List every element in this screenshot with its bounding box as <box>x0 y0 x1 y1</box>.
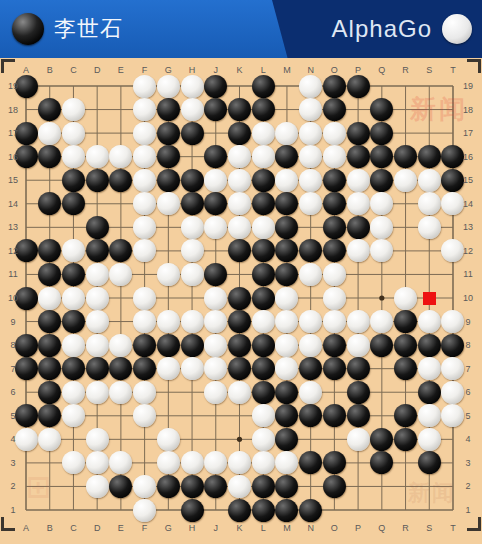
white-stone <box>86 145 109 168</box>
black-stone <box>418 381 441 404</box>
white-stone <box>133 216 156 239</box>
white-stone <box>157 75 180 98</box>
black-stone <box>252 381 275 404</box>
row-label: 7 <box>465 364 470 374</box>
black-stone <box>38 263 61 286</box>
white-stone <box>86 310 109 333</box>
white-stone <box>299 334 322 357</box>
black-stone <box>252 98 275 121</box>
black-stone <box>418 334 441 357</box>
black-stone <box>394 334 417 357</box>
col-label: N <box>307 65 314 75</box>
white-stone <box>228 475 251 498</box>
col-label: D <box>94 523 101 533</box>
black-stone <box>157 145 180 168</box>
white-stone <box>228 145 251 168</box>
board-corner-mark <box>1 517 15 531</box>
white-stone <box>418 404 441 427</box>
row-label: 4 <box>10 434 15 444</box>
black-stone <box>228 122 251 145</box>
col-label: L <box>261 523 266 533</box>
black-stone <box>157 122 180 145</box>
black-stone <box>252 75 275 98</box>
row-label: 1 <box>465 505 470 515</box>
white-stone <box>86 381 109 404</box>
white-stone <box>299 122 322 145</box>
black-stone-icon <box>12 13 44 45</box>
white-stone <box>204 381 227 404</box>
col-label: R <box>402 65 409 75</box>
white-stone <box>86 475 109 498</box>
white-stone <box>157 357 180 380</box>
col-label: M <box>283 523 291 533</box>
white-stone <box>299 169 322 192</box>
col-label: Q <box>378 523 385 533</box>
black-stone <box>323 98 346 121</box>
white-stone <box>394 287 417 310</box>
black-stone <box>181 122 204 145</box>
col-label: D <box>94 65 101 75</box>
col-label: A <box>23 65 29 75</box>
black-stone <box>157 98 180 121</box>
white-stone <box>418 216 441 239</box>
white-stone <box>323 310 346 333</box>
row-label: 13 <box>8 222 18 232</box>
white-stone <box>62 98 85 121</box>
white-stone <box>86 428 109 451</box>
white-stone <box>133 98 156 121</box>
black-stone <box>228 310 251 333</box>
last-move-marker <box>423 292 436 305</box>
white-stone <box>157 263 180 286</box>
col-label: C <box>70 523 77 533</box>
col-label: S <box>426 523 432 533</box>
white-stone <box>62 122 85 145</box>
black-stone <box>323 475 346 498</box>
black-stone <box>323 216 346 239</box>
row-label: 11 <box>463 269 472 279</box>
white-stone <box>347 169 370 192</box>
white-stone <box>157 310 180 333</box>
white-stone <box>181 216 204 239</box>
black-stone <box>347 75 370 98</box>
white-stone <box>394 169 417 192</box>
col-label: S <box>426 65 432 75</box>
go-broadcast-screen: 李世石 AlphaGo 新闻 新闻 ⊞ AABBCCDDEEFFGGHHJJKK… <box>0 0 482 544</box>
black-stone <box>157 334 180 357</box>
black-stone <box>418 145 441 168</box>
row-label: 17 <box>463 128 473 138</box>
col-label: H <box>189 523 196 533</box>
white-stone <box>323 287 346 310</box>
row-label: 2 <box>10 481 15 491</box>
col-label: B <box>47 523 53 533</box>
white-stone <box>418 169 441 192</box>
white-stone <box>133 310 156 333</box>
black-stone <box>157 169 180 192</box>
row-label: 3 <box>465 458 470 468</box>
white-stone <box>347 310 370 333</box>
white-stone <box>275 122 298 145</box>
white-stone <box>133 287 156 310</box>
board-corner-mark <box>467 59 481 73</box>
white-stone <box>370 216 393 239</box>
white-stone <box>62 287 85 310</box>
col-label: O <box>331 523 338 533</box>
row-label: 7 <box>10 364 15 374</box>
black-stone <box>347 357 370 380</box>
black-stone <box>157 475 180 498</box>
white-stone <box>323 263 346 286</box>
white-stone <box>275 287 298 310</box>
black-stone <box>347 122 370 145</box>
black-stone <box>370 122 393 145</box>
col-label: N <box>307 523 314 533</box>
white-stone <box>109 381 132 404</box>
row-label: 12 <box>463 246 473 256</box>
row-label: 19 <box>463 81 473 91</box>
board-corner-mark <box>467 517 481 531</box>
white-stone <box>275 334 298 357</box>
black-stone <box>275 499 298 522</box>
white-stone <box>133 475 156 498</box>
black-player-panel: 李世石 <box>12 0 123 58</box>
row-label: 14 <box>8 199 18 209</box>
black-stone <box>252 287 275 310</box>
black-stone <box>86 169 109 192</box>
black-stone <box>62 310 85 333</box>
white-stone <box>86 263 109 286</box>
row-label: 6 <box>10 387 15 397</box>
white-stone <box>204 287 227 310</box>
col-label: J <box>214 65 219 75</box>
black-stone <box>181 334 204 357</box>
black-stone <box>370 428 393 451</box>
row-label: 19 <box>8 81 18 91</box>
row-label: 8 <box>465 340 470 350</box>
white-stone <box>228 216 251 239</box>
black-stone <box>15 404 38 427</box>
white-stone <box>204 216 227 239</box>
white-stone <box>38 122 61 145</box>
black-stone <box>347 404 370 427</box>
white-stone <box>133 75 156 98</box>
row-label: 8 <box>10 340 15 350</box>
white-stone <box>418 192 441 215</box>
white-stone <box>418 428 441 451</box>
row-label: 1 <box>10 505 15 515</box>
col-label: G <box>165 523 172 533</box>
black-stone <box>228 334 251 357</box>
black-stone <box>252 192 275 215</box>
black-stone <box>252 499 275 522</box>
white-stone <box>323 145 346 168</box>
white-stone <box>347 192 370 215</box>
col-label: C <box>70 65 77 75</box>
black-stone <box>370 334 393 357</box>
col-label: O <box>331 65 338 75</box>
white-player-name: AlphaGo <box>332 15 432 43</box>
row-label: 4 <box>465 434 470 444</box>
black-stone <box>62 263 85 286</box>
col-label: T <box>450 523 456 533</box>
white-stone <box>252 428 275 451</box>
white-stone <box>181 451 204 474</box>
white-stone <box>62 145 85 168</box>
black-stone <box>181 192 204 215</box>
white-stone <box>252 122 275 145</box>
col-label: B <box>47 65 53 75</box>
black-stone <box>38 381 61 404</box>
black-stone <box>204 75 227 98</box>
black-stone <box>228 287 251 310</box>
row-label: 15 <box>463 175 473 185</box>
white-stone <box>86 451 109 474</box>
black-stone <box>252 169 275 192</box>
black-stone <box>370 169 393 192</box>
row-label: 16 <box>463 152 473 162</box>
black-stone <box>441 334 464 357</box>
col-label: L <box>261 65 266 75</box>
black-stone <box>15 357 38 380</box>
black-stone <box>62 357 85 380</box>
black-stone <box>347 216 370 239</box>
black-player-name: 李世石 <box>54 14 123 44</box>
black-stone <box>418 451 441 474</box>
black-stone <box>323 357 346 380</box>
white-stone <box>86 287 109 310</box>
black-stone <box>252 475 275 498</box>
row-label: 5 <box>465 411 470 421</box>
black-stone <box>347 381 370 404</box>
black-stone <box>323 404 346 427</box>
black-stone <box>252 239 275 262</box>
black-stone <box>252 334 275 357</box>
white-stone <box>133 122 156 145</box>
row-label: 17 <box>8 128 18 138</box>
row-label: 2 <box>465 481 470 491</box>
white-stone <box>109 334 132 357</box>
white-stone <box>15 428 38 451</box>
col-label: P <box>355 523 361 533</box>
black-stone <box>181 475 204 498</box>
black-stone <box>15 334 38 357</box>
white-stone <box>181 263 204 286</box>
black-stone <box>228 98 251 121</box>
white-stone <box>347 428 370 451</box>
row-label: 11 <box>8 269 17 279</box>
white-stone <box>228 381 251 404</box>
black-stone <box>109 169 132 192</box>
white-stone-icon <box>442 14 472 44</box>
col-label: E <box>118 523 124 533</box>
col-label: G <box>165 65 172 75</box>
row-label: 12 <box>8 246 18 256</box>
white-stone <box>38 428 61 451</box>
black-stone <box>347 145 370 168</box>
white-stone <box>347 334 370 357</box>
white-stone <box>418 310 441 333</box>
black-stone <box>252 357 275 380</box>
black-stone <box>323 169 346 192</box>
row-label: 15 <box>8 175 18 185</box>
white-stone <box>252 310 275 333</box>
match-header: 李世石 AlphaGo <box>0 0 482 58</box>
white-stone <box>181 310 204 333</box>
black-stone <box>133 334 156 357</box>
row-label: 9 <box>465 317 470 327</box>
black-stone <box>299 499 322 522</box>
col-label: Q <box>378 65 385 75</box>
white-stone <box>347 239 370 262</box>
white-stone <box>62 381 85 404</box>
col-label: E <box>118 65 124 75</box>
white-stone <box>181 98 204 121</box>
black-stone <box>181 499 204 522</box>
black-stone <box>62 169 85 192</box>
white-stone <box>133 381 156 404</box>
black-stone <box>323 334 346 357</box>
white-stone <box>157 428 180 451</box>
col-label: F <box>142 65 148 75</box>
white-stone <box>299 263 322 286</box>
row-label: 16 <box>8 152 18 162</box>
white-stone <box>204 169 227 192</box>
black-stone <box>38 334 61 357</box>
white-stone <box>418 357 441 380</box>
white-stone <box>181 357 204 380</box>
white-stone <box>252 451 275 474</box>
black-stone <box>86 239 109 262</box>
black-stone <box>86 216 109 239</box>
white-stone <box>86 334 109 357</box>
black-stone <box>86 357 109 380</box>
white-stone <box>228 169 251 192</box>
white-stone <box>204 334 227 357</box>
white-stone <box>133 499 156 522</box>
black-stone <box>394 310 417 333</box>
row-label: 10 <box>8 293 18 303</box>
black-stone <box>323 75 346 98</box>
row-label: 10 <box>463 293 473 303</box>
col-label: P <box>355 65 361 75</box>
white-stone <box>157 192 180 215</box>
black-stone <box>181 169 204 192</box>
white-stone <box>323 122 346 145</box>
white-stone <box>181 75 204 98</box>
row-label: 6 <box>465 387 470 397</box>
row-label: 18 <box>463 105 473 115</box>
col-label: K <box>236 65 242 75</box>
black-stone <box>323 192 346 215</box>
white-stone <box>252 404 275 427</box>
white-stone <box>252 145 275 168</box>
black-stone <box>228 499 251 522</box>
row-label: 3 <box>10 458 15 468</box>
black-stone <box>228 357 251 380</box>
col-label: J <box>214 523 219 533</box>
black-stone <box>394 428 417 451</box>
white-stone <box>62 334 85 357</box>
white-stone <box>299 381 322 404</box>
col-label: F <box>142 523 148 533</box>
white-stone <box>252 216 275 239</box>
row-label: 14 <box>463 199 473 209</box>
col-label: K <box>236 523 242 533</box>
row-label: 9 <box>10 317 15 327</box>
black-stone <box>252 263 275 286</box>
row-label: 13 <box>463 222 473 232</box>
white-stone <box>181 239 204 262</box>
row-label: 18 <box>8 105 18 115</box>
board-corner-mark <box>1 59 15 73</box>
go-board: 新闻 新闻 ⊞ AABBCCDDEEFFGGHHJJKKLLMMNNOOPPQQ… <box>0 58 482 544</box>
white-stone <box>133 169 156 192</box>
row-label: 5 <box>10 411 15 421</box>
white-stone <box>299 75 322 98</box>
col-label: R <box>402 523 409 533</box>
col-label: T <box>450 65 456 75</box>
col-label: M <box>283 65 291 75</box>
white-player-panel: AlphaGo <box>332 0 472 58</box>
col-label: A <box>23 523 29 533</box>
white-stone <box>38 287 61 310</box>
col-label: H <box>189 65 196 75</box>
